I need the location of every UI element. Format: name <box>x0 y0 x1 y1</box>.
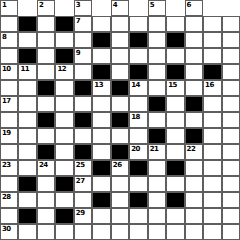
cell-r0c0[interactable]: 1 <box>0 0 18 16</box>
clue-number-9: 9 <box>76 49 80 57</box>
cell-r2c0[interactable]: 8 <box>0 32 18 48</box>
cell-r10c4[interactable]: 25 <box>74 160 92 176</box>
cell-r13c9[interactable] <box>166 208 184 224</box>
cell-r8c9[interactable] <box>166 128 184 144</box>
cell-r1c6[interactable] <box>111 16 129 32</box>
clue-number-29: 29 <box>76 209 85 217</box>
void-r0c1 <box>18 0 36 16</box>
cell-r14c9[interactable] <box>166 224 184 240</box>
cell-r12c8[interactable] <box>148 192 166 208</box>
cell-r14c2[interactable] <box>37 224 55 240</box>
cell-r8c5[interactable] <box>92 128 110 144</box>
clue-number-2: 2 <box>39 1 43 9</box>
cell-r13c12[interactable] <box>222 208 240 224</box>
cell-r3c7[interactable] <box>129 48 147 64</box>
black-cell-r11c1 <box>18 176 36 192</box>
cell-r11c2[interactable] <box>37 176 55 192</box>
cell-r8c7[interactable] <box>129 128 147 144</box>
black-cell-r6c8 <box>148 96 166 112</box>
cell-r12c0[interactable]: 28 <box>0 192 18 208</box>
black-cell-r10c7 <box>129 160 147 176</box>
cell-r1c10[interactable] <box>185 16 203 32</box>
black-cell-r9c4 <box>74 144 92 160</box>
cell-r13c10[interactable] <box>185 208 203 224</box>
black-cell-r10c5 <box>92 160 110 176</box>
cell-r1c8[interactable] <box>148 16 166 32</box>
cell-r13c8[interactable] <box>148 208 166 224</box>
cell-r12c6[interactable] <box>111 192 129 208</box>
cell-r8c12[interactable] <box>222 128 240 144</box>
clue-number-28: 28 <box>2 193 11 201</box>
cell-r4c10[interactable] <box>185 64 203 80</box>
cell-r2c8[interactable] <box>148 32 166 48</box>
black-cell-r2c7 <box>129 32 147 48</box>
cell-r7c3[interactable] <box>55 112 73 128</box>
black-cell-r4c11 <box>203 64 221 80</box>
crossword-grid: 1234567891011121314151617181920212223242… <box>0 0 240 240</box>
cell-r9c12[interactable] <box>222 144 240 160</box>
clue-number-14: 14 <box>131 81 140 89</box>
clue-number-17: 17 <box>2 97 11 105</box>
cell-r3c6[interactable] <box>111 48 129 64</box>
black-cell-r4c7 <box>129 64 147 80</box>
cell-r9c3[interactable] <box>55 144 73 160</box>
cell-r5c3[interactable] <box>55 80 73 96</box>
cell-r14c1[interactable] <box>18 224 36 240</box>
black-cell-r12c9 <box>166 192 184 208</box>
black-cell-r6c10 <box>185 96 203 112</box>
clue-number-22: 22 <box>187 145 196 153</box>
cell-r1c12[interactable] <box>222 16 240 32</box>
cell-r6c0[interactable]: 17 <box>0 96 18 112</box>
cell-r1c4[interactable]: 7 <box>74 16 92 32</box>
cell-r9c9[interactable] <box>166 144 184 160</box>
cell-r7c7[interactable]: 18 <box>129 112 147 128</box>
cell-r10c11[interactable] <box>203 160 221 176</box>
cell-r14c7[interactable] <box>129 224 147 240</box>
cell-r14c3[interactable] <box>55 224 73 240</box>
cell-r7c11[interactable] <box>203 112 221 128</box>
cell-r6c11[interactable] <box>203 96 221 112</box>
clue-number-26: 26 <box>113 161 122 169</box>
clue-number-20: 20 <box>131 145 140 153</box>
cell-r3c12[interactable] <box>222 48 240 64</box>
black-cell-r8c8 <box>148 128 166 144</box>
cell-r0c2[interactable]: 2 <box>37 0 55 16</box>
cell-r12c2[interactable] <box>37 192 55 208</box>
cell-r5c7[interactable]: 14 <box>129 80 147 96</box>
cell-r7c0[interactable] <box>0 112 18 128</box>
black-cell-r9c6 <box>111 144 129 160</box>
cell-r2c10[interactable] <box>185 32 203 48</box>
cell-r11c12[interactable] <box>222 176 240 192</box>
cell-r11c4[interactable]: 27 <box>74 176 92 192</box>
cell-r6c9[interactable] <box>166 96 184 112</box>
clue-number-30: 30 <box>2 225 11 233</box>
cell-r7c9[interactable] <box>166 112 184 128</box>
cell-r10c3[interactable] <box>55 160 73 176</box>
black-cell-r5c4 <box>74 80 92 96</box>
cell-r6c2[interactable] <box>37 96 55 112</box>
cell-r14c11[interactable] <box>203 224 221 240</box>
cell-r12c11[interactable] <box>203 192 221 208</box>
cell-r12c3[interactable] <box>55 192 73 208</box>
clue-number-1: 1 <box>2 1 6 9</box>
cell-r10c1[interactable] <box>18 160 36 176</box>
cell-r8c4[interactable] <box>74 128 92 144</box>
cell-r13c7[interactable] <box>129 208 147 224</box>
black-cell-r3c3 <box>55 48 73 64</box>
clue-number-4: 4 <box>113 1 117 9</box>
clue-number-12: 12 <box>57 65 66 73</box>
cell-r1c2[interactable] <box>37 16 55 32</box>
cell-r0c4[interactable]: 3 <box>74 0 92 16</box>
black-cell-r8c10 <box>185 128 203 144</box>
black-cell-r10c9 <box>166 160 184 176</box>
cell-r10c0[interactable]: 23 <box>0 160 18 176</box>
cell-r1c5[interactable] <box>92 16 110 32</box>
clue-number-25: 25 <box>76 161 85 169</box>
clue-number-3: 3 <box>76 1 80 9</box>
cell-r11c5[interactable] <box>92 176 110 192</box>
cell-r10c2[interactable]: 24 <box>37 160 55 176</box>
cell-r2c6[interactable] <box>111 32 129 48</box>
cell-r2c2[interactable] <box>37 32 55 48</box>
cell-r1c11[interactable] <box>203 16 221 32</box>
cell-r14c8[interactable] <box>148 224 166 240</box>
cell-r12c1[interactable] <box>18 192 36 208</box>
cell-r1c9[interactable] <box>166 16 184 32</box>
cell-r8c2[interactable] <box>37 128 55 144</box>
cell-r11c8[interactable] <box>148 176 166 192</box>
cell-r0c8[interactable]: 5 <box>148 0 166 16</box>
clue-number-24: 24 <box>39 161 48 169</box>
black-cell-r2c5 <box>92 32 110 48</box>
cell-r7c12[interactable] <box>222 112 240 128</box>
black-cell-r13c3 <box>55 208 73 224</box>
cell-r7c8[interactable] <box>148 112 166 128</box>
cell-r9c1[interactable] <box>18 144 36 160</box>
cell-r4c3[interactable]: 12 <box>55 64 73 80</box>
cell-r11c0[interactable] <box>0 176 18 192</box>
cell-r6c7[interactable] <box>129 96 147 112</box>
cell-r2c1[interactable] <box>18 32 36 48</box>
cell-r13c6[interactable] <box>111 208 129 224</box>
cell-r9c11[interactable] <box>203 144 221 160</box>
void-r0c11 <box>203 0 221 16</box>
cell-r8c3[interactable] <box>55 128 73 144</box>
cell-r1c0[interactable] <box>0 16 18 32</box>
cell-r0c6[interactable]: 4 <box>111 0 129 16</box>
cell-r6c1[interactable] <box>18 96 36 112</box>
cell-r4c0[interactable]: 10 <box>0 64 18 80</box>
cell-r13c5[interactable] <box>92 208 110 224</box>
cell-r9c0[interactable] <box>0 144 18 160</box>
cell-r0c10[interactable]: 6 <box>185 0 203 16</box>
black-cell-r11c3 <box>55 176 73 192</box>
cell-r4c6[interactable] <box>111 64 129 80</box>
cell-r5c12[interactable] <box>222 80 240 96</box>
void-r0c5 <box>92 0 110 16</box>
black-cell-r3c1 <box>18 48 36 64</box>
black-cell-r7c2 <box>37 112 55 128</box>
cell-r13c2[interactable] <box>37 208 55 224</box>
cell-r2c11[interactable] <box>203 32 221 48</box>
cell-r2c12[interactable] <box>222 32 240 48</box>
clue-number-21: 21 <box>150 145 159 153</box>
cell-r11c11[interactable] <box>203 176 221 192</box>
clue-number-7: 7 <box>76 17 80 25</box>
cell-r4c1[interactable]: 11 <box>18 64 36 80</box>
cell-r13c11[interactable] <box>203 208 221 224</box>
black-cell-r9c2 <box>37 144 55 160</box>
void-r0c12 <box>222 0 240 16</box>
cell-r10c12[interactable] <box>222 160 240 176</box>
cell-r2c4[interactable] <box>74 32 92 48</box>
cell-r10c10[interactable] <box>185 160 203 176</box>
cell-r13c0[interactable] <box>0 208 18 224</box>
black-cell-r4c5 <box>92 64 110 80</box>
clue-number-13: 13 <box>94 81 103 89</box>
black-cell-r1c3 <box>55 16 73 32</box>
cell-r11c9[interactable] <box>166 176 184 192</box>
cell-r4c2[interactable] <box>37 64 55 80</box>
black-cell-r13c1 <box>18 208 36 224</box>
cell-r14c12[interactable] <box>222 224 240 240</box>
cell-r14c10[interactable] <box>185 224 203 240</box>
cell-r4c12[interactable] <box>222 64 240 80</box>
clue-number-23: 23 <box>2 161 11 169</box>
cell-r12c12[interactable] <box>222 192 240 208</box>
cell-r4c8[interactable] <box>148 64 166 80</box>
cell-r9c5[interactable] <box>92 144 110 160</box>
cell-r14c6[interactable] <box>111 224 129 240</box>
cell-r5c5[interactable]: 13 <box>92 80 110 96</box>
cell-r11c6[interactable] <box>111 176 129 192</box>
black-cell-r7c6 <box>111 112 129 128</box>
cell-r3c8[interactable] <box>148 48 166 64</box>
void-r0c7 <box>129 0 147 16</box>
black-cell-r7c4 <box>74 112 92 128</box>
void-r0c3 <box>55 0 73 16</box>
black-cell-r1c1 <box>18 16 36 32</box>
cell-r5c8[interactable] <box>148 80 166 96</box>
cell-r3c4[interactable]: 9 <box>74 48 92 64</box>
cell-r3c5[interactable] <box>92 48 110 64</box>
cell-r6c5[interactable] <box>92 96 110 112</box>
cell-r9c10[interactable]: 22 <box>185 144 203 160</box>
cell-r3c0[interactable] <box>0 48 18 64</box>
cell-r7c10[interactable] <box>185 112 203 128</box>
cell-r10c8[interactable] <box>148 160 166 176</box>
cell-r12c10[interactable] <box>185 192 203 208</box>
cell-r6c3[interactable] <box>55 96 73 112</box>
clue-number-18: 18 <box>131 113 140 121</box>
cell-r14c5[interactable] <box>92 224 110 240</box>
cell-r8c6[interactable] <box>111 128 129 144</box>
cell-r3c9[interactable] <box>166 48 184 64</box>
black-cell-r12c7 <box>129 192 147 208</box>
black-cell-r12c5 <box>92 192 110 208</box>
cell-r9c8[interactable]: 21 <box>148 144 166 160</box>
black-cell-r2c9 <box>166 32 184 48</box>
cell-r7c5[interactable] <box>92 112 110 128</box>
cell-r7c1[interactable] <box>18 112 36 128</box>
cell-r5c11[interactable]: 16 <box>203 80 221 96</box>
cell-r5c0[interactable] <box>0 80 18 96</box>
clue-number-16: 16 <box>205 81 214 89</box>
cell-r12c4[interactable] <box>74 192 92 208</box>
cell-r14c4[interactable] <box>74 224 92 240</box>
cell-r1c7[interactable] <box>129 16 147 32</box>
cell-r13c4[interactable]: 29 <box>74 208 92 224</box>
cell-r6c6[interactable] <box>111 96 129 112</box>
clue-number-27: 27 <box>76 177 85 185</box>
black-cell-r5c6 <box>111 80 129 96</box>
cell-r14c0[interactable]: 30 <box>0 224 18 240</box>
cell-r6c12[interactable] <box>222 96 240 112</box>
clue-number-15: 15 <box>168 81 177 89</box>
cell-r3c2[interactable] <box>37 48 55 64</box>
cell-r10c6[interactable]: 26 <box>111 160 129 176</box>
cell-r11c7[interactable] <box>129 176 147 192</box>
cell-r2c3[interactable] <box>55 32 73 48</box>
cell-r3c11[interactable] <box>203 48 221 64</box>
cell-r5c10[interactable] <box>185 80 203 96</box>
clue-number-10: 10 <box>2 65 11 73</box>
clue-number-11: 11 <box>20 65 29 73</box>
cell-r8c11[interactable] <box>203 128 221 144</box>
cell-r6c4[interactable] <box>74 96 92 112</box>
clue-number-8: 8 <box>2 33 6 41</box>
void-r0c9 <box>166 0 184 16</box>
black-cell-r5c2 <box>37 80 55 96</box>
cell-r4c4[interactable] <box>74 64 92 80</box>
clue-number-6: 6 <box>187 1 191 9</box>
cell-r8c0[interactable]: 19 <box>0 128 18 144</box>
cell-r11c10[interactable] <box>185 176 203 192</box>
black-cell-r4c9 <box>166 64 184 80</box>
cell-r5c9[interactable]: 15 <box>166 80 184 96</box>
clue-number-19: 19 <box>2 129 11 137</box>
cell-r9c7[interactable]: 20 <box>129 144 147 160</box>
cell-r8c1[interactable] <box>18 128 36 144</box>
cell-r3c10[interactable] <box>185 48 203 64</box>
cell-r5c1[interactable] <box>18 80 36 96</box>
clue-number-5: 5 <box>150 1 154 9</box>
